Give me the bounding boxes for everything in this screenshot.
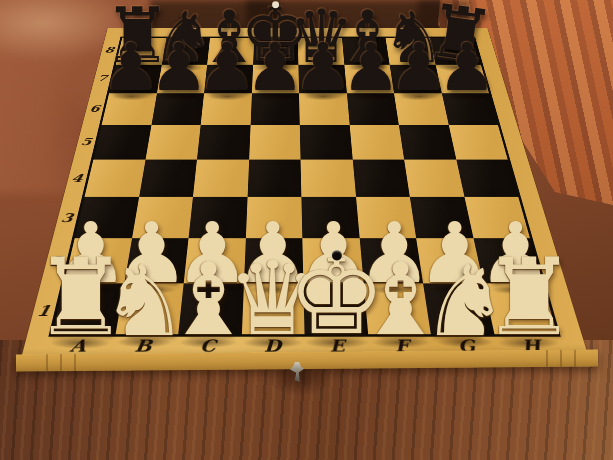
chess-photo-scene: 12345678 ABCDEFGH ♜♞♝♚♛♝♞♜♟♟♟♟♟♟♟♟♟♟♟♟♟♟… xyxy=(0,0,613,460)
square-a5[interactable] xyxy=(93,125,151,159)
square-e5[interactable] xyxy=(300,125,353,159)
square-h5[interactable] xyxy=(448,125,507,159)
piece-white-rook-h1[interactable]: ♜ xyxy=(481,244,576,350)
square-g5[interactable] xyxy=(399,125,456,159)
square-c4[interactable] xyxy=(193,159,249,197)
square-d5[interactable] xyxy=(249,125,301,159)
square-b4[interactable] xyxy=(139,159,197,197)
square-f5[interactable] xyxy=(349,125,404,159)
square-f4[interactable] xyxy=(352,159,410,197)
rook-glyph: ♜ xyxy=(481,244,576,350)
square-g4[interactable] xyxy=(404,159,464,197)
king-finial-white xyxy=(272,2,279,9)
square-b5[interactable] xyxy=(145,125,200,159)
square-d4[interactable] xyxy=(247,159,301,197)
square-c5[interactable] xyxy=(197,125,250,159)
square-a4[interactable] xyxy=(85,159,146,197)
pawn-glyph: ♟ xyxy=(437,35,496,101)
king-finial-black xyxy=(332,250,342,260)
square-e4[interactable] xyxy=(301,159,356,197)
piece-black-pawn-h7[interactable]: ♟ xyxy=(437,35,496,101)
square-h4[interactable] xyxy=(456,159,518,197)
